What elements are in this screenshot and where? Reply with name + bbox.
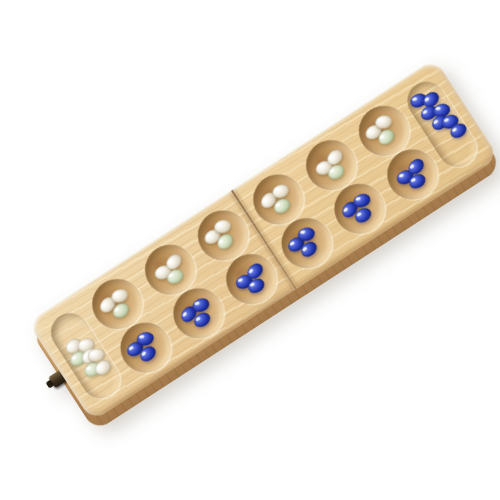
board-face bbox=[28, 58, 499, 421]
mancala-board bbox=[28, 58, 499, 421]
scene bbox=[0, 0, 500, 500]
